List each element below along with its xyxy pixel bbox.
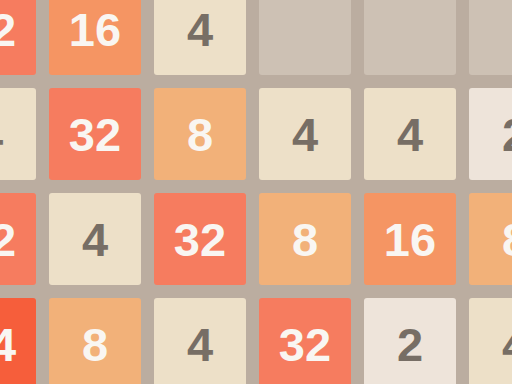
tile-8: 8	[469, 193, 512, 285]
tile-8: 8	[154, 88, 246, 180]
tile-16: 16	[364, 193, 456, 285]
tile-4: 4	[154, 0, 246, 75]
tile-64: 64	[0, 298, 36, 384]
tile-8: 8	[49, 298, 141, 384]
tile-8: 8	[259, 193, 351, 285]
empty-cell	[259, 0, 351, 75]
board-grid: 32164432844232432816864843224	[0, 0, 512, 384]
tile-4: 4	[49, 193, 141, 285]
empty-cell	[364, 0, 456, 75]
tile-32: 32	[154, 193, 246, 285]
tile-4: 4	[0, 88, 36, 180]
tile-2: 2	[364, 298, 456, 384]
tile-32: 32	[0, 0, 36, 75]
tile-4: 4	[259, 88, 351, 180]
empty-cell	[469, 0, 512, 75]
tile-4: 4	[154, 298, 246, 384]
tile-32: 32	[0, 193, 36, 285]
tile-4: 4	[364, 88, 456, 180]
game-board-viewport[interactable]: 32164432844232432816864843224	[0, 0, 512, 384]
tile-4: 4	[469, 298, 512, 384]
tile-16: 16	[49, 0, 141, 75]
tile-32: 32	[49, 88, 141, 180]
tile-2: 2	[469, 88, 512, 180]
tile-32: 32	[259, 298, 351, 384]
